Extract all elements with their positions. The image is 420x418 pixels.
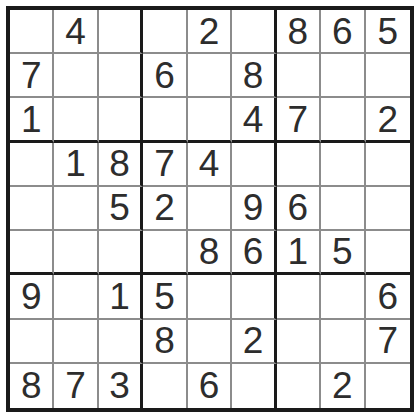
cell-r7c2[interactable]: [54, 275, 98, 319]
cell-r9c5[interactable]: 6: [188, 364, 232, 408]
cell-r8c9[interactable]: 7: [366, 320, 410, 364]
cell-r2c7[interactable]: [277, 54, 321, 98]
cell-r5c9[interactable]: [366, 187, 410, 231]
cell-r2c9[interactable]: [366, 54, 410, 98]
cell-r1c1[interactable]: [10, 10, 54, 54]
cell-r3c3[interactable]: [99, 98, 143, 142]
cell-r9c1[interactable]: 8: [10, 364, 54, 408]
cell-r3c7[interactable]: 7: [277, 98, 321, 142]
cell-r6c3[interactable]: [99, 231, 143, 275]
cell-r8c1[interactable]: [10, 320, 54, 364]
cell-r4c5[interactable]: 4: [188, 143, 232, 187]
cell-r8c4[interactable]: 8: [143, 320, 187, 364]
cell-r4c7[interactable]: [277, 143, 321, 187]
cell-r9c6[interactable]: [232, 364, 276, 408]
cell-r3c2[interactable]: [54, 98, 98, 142]
cell-r2c1[interactable]: 7: [10, 54, 54, 98]
cell-r1c7[interactable]: 8: [277, 10, 321, 54]
cell-r2c8[interactable]: [321, 54, 365, 98]
cell-r4c6[interactable]: [232, 143, 276, 187]
sudoku-board: 428657681472187452968615915682787362: [6, 6, 414, 412]
cell-r4c4[interactable]: 7: [143, 143, 187, 187]
cell-r7c7[interactable]: [277, 275, 321, 319]
cell-r9c7[interactable]: [277, 364, 321, 408]
cell-r7c6[interactable]: [232, 275, 276, 319]
cell-r1c3[interactable]: [99, 10, 143, 54]
cell-r3c8[interactable]: [321, 98, 365, 142]
cell-r3c5[interactable]: [188, 98, 232, 142]
cell-r8c2[interactable]: [54, 320, 98, 364]
cell-r6c9[interactable]: [366, 231, 410, 275]
cell-r7c8[interactable]: [321, 275, 365, 319]
cell-r2c4[interactable]: 6: [143, 54, 187, 98]
cell-r1c4[interactable]: [143, 10, 187, 54]
cell-r2c6[interactable]: 8: [232, 54, 276, 98]
cell-r1c2[interactable]: 4: [54, 10, 98, 54]
sudoku-page: 428657681472187452968615915682787362: [0, 0, 420, 418]
cell-r5c1[interactable]: [10, 187, 54, 231]
cell-r4c9[interactable]: [366, 143, 410, 187]
cell-r2c5[interactable]: [188, 54, 232, 98]
cell-r9c8[interactable]: 2: [321, 364, 365, 408]
cell-r4c8[interactable]: [321, 143, 365, 187]
cell-r8c7[interactable]: [277, 320, 321, 364]
cell-r6c8[interactable]: 5: [321, 231, 365, 275]
cell-r6c5[interactable]: 8: [188, 231, 232, 275]
cell-r5c6[interactable]: 9: [232, 187, 276, 231]
cell-r4c3[interactable]: 8: [99, 143, 143, 187]
cell-r3c9[interactable]: 2: [366, 98, 410, 142]
cell-r1c5[interactable]: 2: [188, 10, 232, 54]
cell-r9c9[interactable]: [366, 364, 410, 408]
cell-r7c3[interactable]: 1: [99, 275, 143, 319]
cell-r7c9[interactable]: 6: [366, 275, 410, 319]
cell-r8c5[interactable]: [188, 320, 232, 364]
cell-r1c9[interactable]: 5: [366, 10, 410, 54]
cell-r4c1[interactable]: [10, 143, 54, 187]
cell-r8c6[interactable]: 2: [232, 320, 276, 364]
cell-r5c7[interactable]: 6: [277, 187, 321, 231]
cell-r1c6[interactable]: [232, 10, 276, 54]
cell-r8c3[interactable]: [99, 320, 143, 364]
cell-r7c1[interactable]: 9: [10, 275, 54, 319]
cell-r8c8[interactable]: [321, 320, 365, 364]
cell-r2c3[interactable]: [99, 54, 143, 98]
cell-r4c2[interactable]: 1: [54, 143, 98, 187]
cell-r7c5[interactable]: [188, 275, 232, 319]
cell-r3c6[interactable]: 4: [232, 98, 276, 142]
cell-r6c2[interactable]: [54, 231, 98, 275]
cell-r1c8[interactable]: 6: [321, 10, 365, 54]
cell-r5c3[interactable]: 5: [99, 187, 143, 231]
cell-r6c7[interactable]: 1: [277, 231, 321, 275]
cell-r3c1[interactable]: 1: [10, 98, 54, 142]
cell-r9c3[interactable]: 3: [99, 364, 143, 408]
cell-r6c1[interactable]: [10, 231, 54, 275]
cell-r5c8[interactable]: [321, 187, 365, 231]
cell-r5c2[interactable]: [54, 187, 98, 231]
cell-r9c2[interactable]: 7: [54, 364, 98, 408]
cell-r5c5[interactable]: [188, 187, 232, 231]
cell-r5c4[interactable]: 2: [143, 187, 187, 231]
cell-r6c4[interactable]: [143, 231, 187, 275]
cell-r2c2[interactable]: [54, 54, 98, 98]
cell-r7c4[interactable]: 5: [143, 275, 187, 319]
cell-r9c4[interactable]: [143, 364, 187, 408]
cell-r3c4[interactable]: [143, 98, 187, 142]
cell-r6c6[interactable]: 6: [232, 231, 276, 275]
